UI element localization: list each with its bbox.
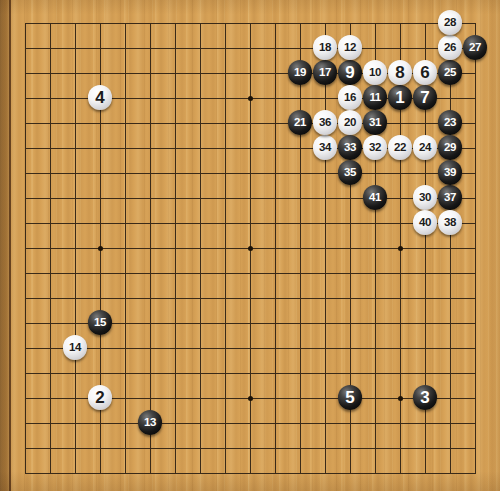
stone-11[interactable]: 11 [363, 85, 388, 110]
board-grid[interactable]: 1234567891011121314151617181920212223242… [13, 10, 488, 485]
stone-28[interactable]: 28 [438, 10, 463, 35]
board-plank-seam [0, 0, 11, 491]
stone-35[interactable]: 35 [338, 160, 363, 185]
stone-3[interactable]: 3 [413, 385, 438, 410]
stone-9[interactable]: 9 [338, 60, 363, 85]
stone-13[interactable]: 13 [138, 410, 163, 435]
stone-25[interactable]: 25 [438, 60, 463, 85]
stone-38[interactable]: 38 [438, 210, 463, 235]
stone-26[interactable]: 26 [438, 35, 463, 60]
stone-4[interactable]: 4 [88, 85, 113, 110]
stone-1[interactable]: 1 [388, 85, 413, 110]
stone-21[interactable]: 21 [288, 110, 313, 135]
stone-29[interactable]: 29 [438, 135, 463, 160]
stone-40[interactable]: 40 [413, 210, 438, 235]
stone-8[interactable]: 8 [388, 60, 413, 85]
stone-36[interactable]: 36 [313, 110, 338, 135]
stone-19[interactable]: 19 [288, 60, 313, 85]
stone-39[interactable]: 39 [438, 160, 463, 185]
stone-22[interactable]: 22 [388, 135, 413, 160]
stone-17[interactable]: 17 [313, 60, 338, 85]
stone-7[interactable]: 7 [413, 85, 438, 110]
stone-18[interactable]: 18 [313, 35, 338, 60]
stone-34[interactable]: 34 [313, 135, 338, 160]
stone-37[interactable]: 37 [438, 185, 463, 210]
stone-2[interactable]: 2 [88, 385, 113, 410]
stone-12[interactable]: 12 [338, 35, 363, 60]
stone-30[interactable]: 30 [413, 185, 438, 210]
stone-23[interactable]: 23 [438, 110, 463, 135]
stone-32[interactable]: 32 [363, 135, 388, 160]
stone-27[interactable]: 27 [463, 35, 488, 60]
stone-10[interactable]: 10 [363, 60, 388, 85]
stone-6[interactable]: 6 [413, 60, 438, 85]
stone-20[interactable]: 20 [338, 110, 363, 135]
stone-16[interactable]: 16 [338, 85, 363, 110]
stone-33[interactable]: 33 [338, 135, 363, 160]
stone-31[interactable]: 31 [363, 110, 388, 135]
stone-14[interactable]: 14 [63, 335, 88, 360]
stone-15[interactable]: 15 [88, 310, 113, 335]
stone-41[interactable]: 41 [363, 185, 388, 210]
go-board: 1234567891011121314151617181920212223242… [0, 0, 500, 491]
stone-24[interactable]: 24 [413, 135, 438, 160]
stone-5[interactable]: 5 [338, 385, 363, 410]
